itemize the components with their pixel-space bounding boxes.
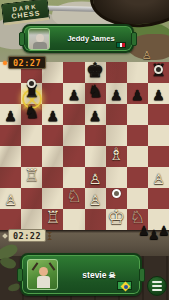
avatar-head <box>36 34 44 42</box>
black-pawn-g7[interactable]: ♟ <box>127 85 148 106</box>
square-e4[interactable] <box>85 146 106 167</box>
square-d3[interactable] <box>63 167 84 188</box>
square-b2[interactable] <box>21 188 42 209</box>
square-d6[interactable] <box>63 104 84 125</box>
player-avatar <box>27 259 58 290</box>
hamburger-icon <box>152 281 162 283</box>
square-h2[interactable] <box>148 188 169 209</box>
player-clock-time: 02:22 <box>13 231 41 241</box>
avatar-head <box>39 267 48 276</box>
square-g5[interactable] <box>127 125 148 146</box>
banner-clip-left <box>17 268 23 282</box>
black-pawn-c6[interactable]: ♟ <box>42 106 63 127</box>
white-pawn-e2[interactable]: ♙ <box>85 190 106 211</box>
square-d5[interactable] <box>63 125 84 146</box>
banner-clip-right <box>131 32 137 46</box>
square-a4[interactable] <box>0 146 21 167</box>
square-c5[interactable] <box>42 125 63 146</box>
black-pawn-h7[interactable]: ♟ <box>148 85 169 106</box>
white-pawn-h3[interactable]: ♙ <box>148 169 169 190</box>
avatar-arm <box>32 262 39 271</box>
square-d4[interactable] <box>63 146 84 167</box>
square-e5[interactable] <box>85 125 106 146</box>
square-b4[interactable] <box>21 146 42 167</box>
banner-clip-left <box>19 32 25 46</box>
square-c3[interactable] <box>42 167 63 188</box>
square-h5[interactable] <box>148 125 169 146</box>
square-c4[interactable] <box>42 146 63 167</box>
opponent-player-card[interactable]: Jeddy James <box>22 24 134 53</box>
square-g4[interactable] <box>127 146 148 167</box>
square-g6[interactable] <box>127 104 148 125</box>
square-f6[interactable] <box>106 104 127 125</box>
white-bishop-f4[interactable]: ♗ <box>106 144 127 165</box>
piece-top-ring-h8 <box>154 65 163 74</box>
square-c2[interactable] <box>42 188 63 209</box>
clock-active-dot <box>3 61 7 65</box>
white-pawn-a2[interactable]: ♙ <box>0 190 21 211</box>
square-g3[interactable] <box>127 167 148 188</box>
white-king-f1[interactable]: ♔ <box>106 207 127 228</box>
square-c7[interactable] <box>42 83 63 104</box>
square-d8[interactable] <box>63 62 84 83</box>
black-pawn-d7[interactable]: ♟ <box>63 85 84 106</box>
black-knight-b6[interactable]: ♞ <box>21 102 42 123</box>
black-king-e8[interactable]: ♚ <box>85 60 106 81</box>
piece-top-ring-f2 <box>112 189 121 198</box>
mexico-flag-icon <box>116 42 126 48</box>
white-knight-d2[interactable]: ♘ <box>63 186 84 207</box>
square-f8[interactable] <box>106 62 127 83</box>
square-h6[interactable] <box>148 104 169 125</box>
white-pawn-e3[interactable]: ♙ <box>85 169 106 190</box>
square-f3[interactable] <box>106 167 127 188</box>
black-pawn-e6[interactable]: ♟ <box>85 106 106 127</box>
opponent-clock-time: 02:27 <box>13 58 41 68</box>
square-a3[interactable] <box>0 167 21 188</box>
opponent-clock: 02:27 <box>8 56 46 69</box>
black-pawn-f7[interactable]: ♟ <box>106 85 127 106</box>
black-knight-e7[interactable]: ♞ <box>85 81 106 102</box>
white-rook-c1[interactable]: ♖ <box>42 207 63 228</box>
square-a7[interactable] <box>0 83 21 104</box>
black-pawn-a6[interactable]: ♟ <box>0 106 21 127</box>
square-e1[interactable] <box>85 209 106 230</box>
square-a1[interactable] <box>0 209 21 230</box>
avatar-body <box>33 42 47 50</box>
avatar-arm <box>49 262 56 271</box>
player-name: stevie <box>82 270 106 280</box>
captured-black-piece: ♟ <box>158 224 169 237</box>
menu-button[interactable] <box>147 276 167 296</box>
banner-clip-right <box>139 268 145 282</box>
player-clock: 02:22 <box>8 229 46 242</box>
square-g8[interactable] <box>127 62 148 83</box>
square-h4[interactable] <box>148 146 169 167</box>
skull-icon: ☠ <box>108 271 115 280</box>
captured-white-piece: ♙ <box>142 50 152 61</box>
square-a5[interactable] <box>0 125 21 146</box>
brazil-flag-icon <box>117 281 132 290</box>
square-g2[interactable] <box>127 188 148 209</box>
square-d1[interactable] <box>63 209 84 230</box>
opponent-avatar <box>28 28 50 50</box>
square-f5[interactable] <box>106 125 127 146</box>
app-screen: DARK CHESS Jeddy James 02:27 02:22 ♙ ♟♟♟ <box>0 0 169 300</box>
square-b5[interactable] <box>21 125 42 146</box>
white-rook-b3[interactable]: ♖ <box>21 165 42 186</box>
avatar-body <box>37 276 50 288</box>
square-b1[interactable] <box>21 209 42 230</box>
player-card[interactable]: stevie☠ <box>20 253 142 296</box>
